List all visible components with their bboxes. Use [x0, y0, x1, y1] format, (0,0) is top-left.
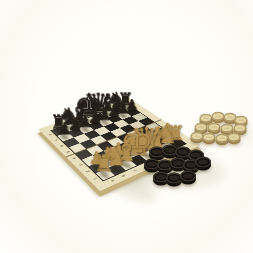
white-checker: [216, 134, 229, 143]
white-checker: [195, 123, 208, 132]
black-checker: [195, 157, 211, 168]
photo-scene: 87654321 abcdefgh ♜♞♟♝♟♛♟♚♟♝♟♞♟♟♜♟♟♜♟♟♞♟…: [0, 0, 253, 253]
white-checker: [228, 133, 241, 142]
piece-black-pawn-h7: ♟: [42, 121, 86, 137]
white-checker: [234, 124, 247, 133]
piece-white-rook-h1: ♜: [79, 152, 129, 175]
white-checker: [221, 124, 234, 133]
black-checker: [180, 171, 196, 182]
white-checker: [203, 133, 216, 142]
white-checker: [208, 123, 221, 132]
